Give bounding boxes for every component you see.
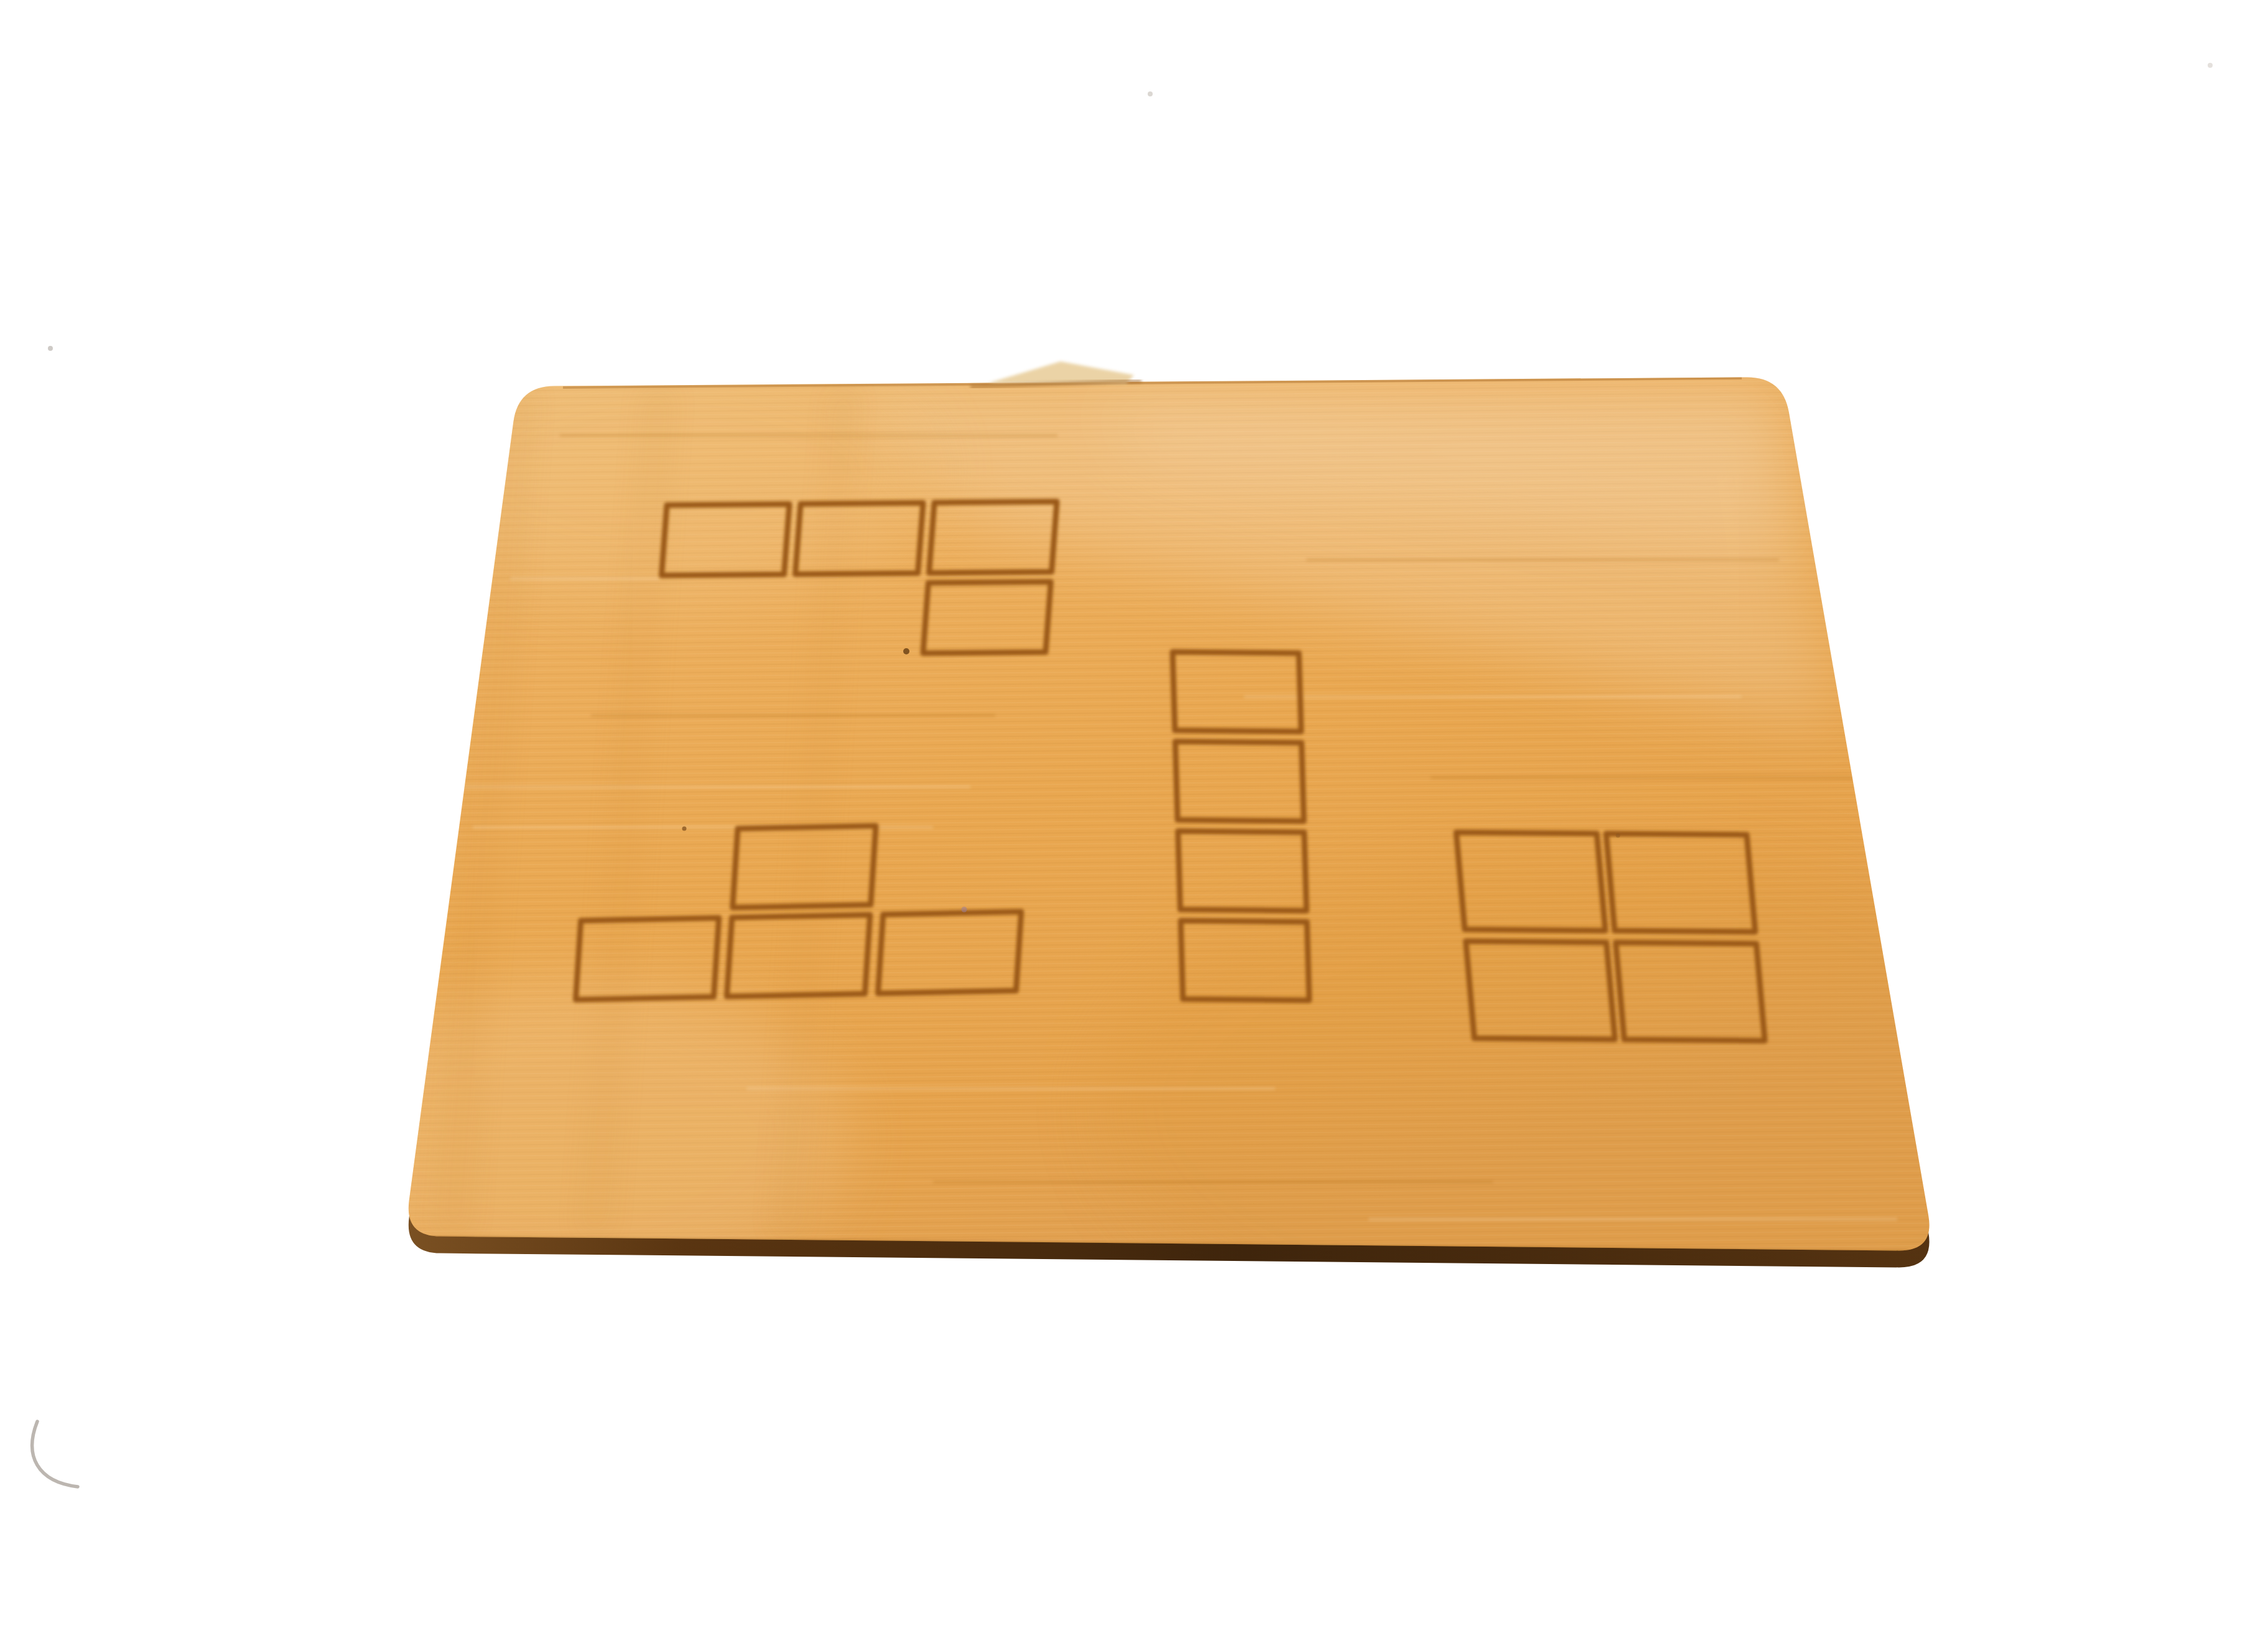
dust-speck [2208,63,2213,68]
wood-speck [962,907,967,913]
wood-speck [1616,834,1620,838]
photo-canvas [0,0,2268,1646]
wood-speck [903,648,909,654]
board-photo [0,0,2268,1646]
dust-speck [48,346,53,351]
dust-speck [1148,91,1153,96]
wood-speck [682,827,687,831]
